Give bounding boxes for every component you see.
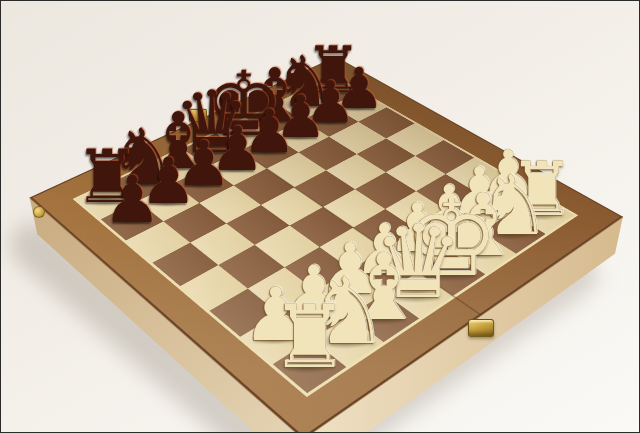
brass-medallion [33, 206, 45, 218]
piece-white-rook-a1[interactable]: ♜ [270, 294, 349, 382]
piece-black-pawn-a7[interactable]: ♟ [103, 167, 161, 232]
brass-clasp [468, 319, 494, 337]
photo-scene: ♜♞♝♛♚♝♞♜♟♟♟♟♟♟♟♟♟♟♟♟♟♟♟♟♜♞♝♛♚♝♞♜ [0, 0, 640, 433]
pieces-layer: ♜♞♝♛♚♝♞♜♟♟♟♟♟♟♟♟♟♟♟♟♟♟♟♟♜♞♝♛♚♝♞♜ [1, 1, 639, 432]
